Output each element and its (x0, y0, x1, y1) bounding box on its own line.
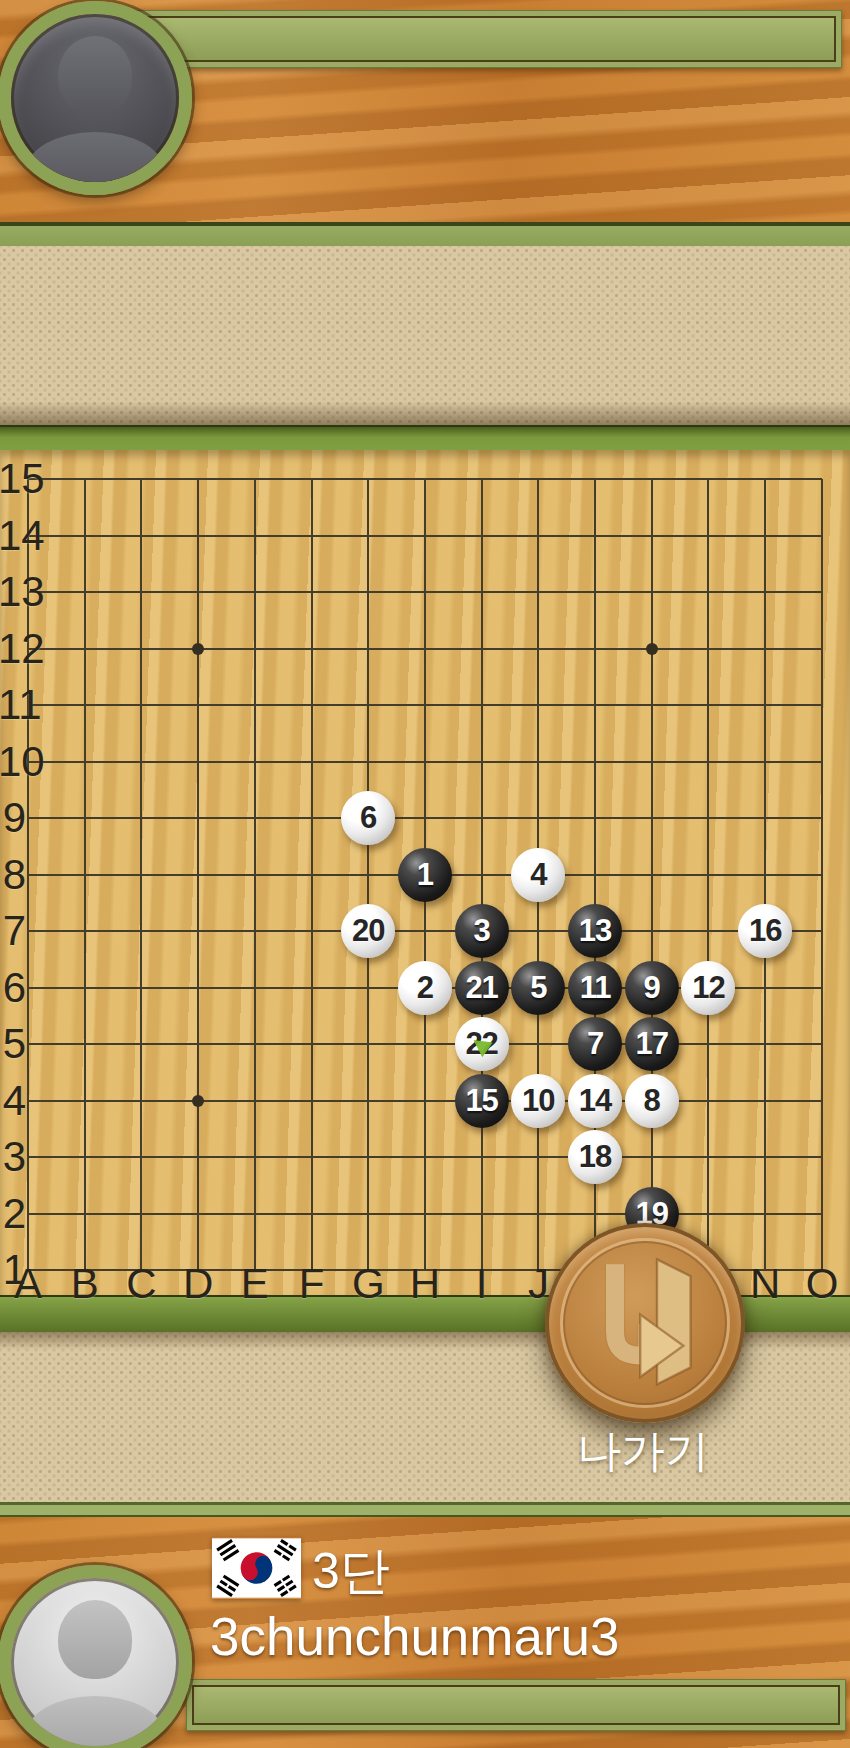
board-cell-O6[interactable] (794, 959, 850, 1016)
board-cell-F7[interactable] (283, 903, 340, 960)
board-cell-E4[interactable] (226, 1072, 283, 1129)
board-cell-G3[interactable] (340, 1129, 397, 1186)
board-cell-D5[interactable] (170, 1016, 227, 1073)
row-label-12: 12 (0, 625, 26, 673)
board-cell-C8[interactable] (113, 846, 170, 903)
white-stone-6: 6 (341, 791, 395, 845)
board-cell-M13[interactable] (680, 564, 737, 621)
board-cell-K11[interactable] (567, 677, 624, 734)
stone-move-number: 5 (530, 970, 546, 1006)
board-cell-G11[interactable] (340, 677, 397, 734)
board-cell-B15[interactable] (56, 451, 113, 508)
upper-beige-strip (0, 246, 850, 425)
board-cell-E7[interactable] (226, 903, 283, 960)
board-cell-E9[interactable] (226, 790, 283, 847)
board-cell-N7[interactable]: 16 (737, 903, 794, 960)
col-label-D: D (183, 1260, 213, 1308)
board-cell-D15[interactable] (170, 451, 227, 508)
board-cell-J8[interactable]: 4 (510, 846, 567, 903)
stone-move-number: 20 (352, 913, 384, 949)
row-label-3: 3 (0, 1133, 26, 1181)
board-cell-L14[interactable] (623, 507, 680, 564)
board-cell-C10[interactable] (113, 733, 170, 790)
board-cell-E15[interactable] (226, 451, 283, 508)
board-cell-J10[interactable] (510, 733, 567, 790)
board-cell-D3[interactable] (170, 1129, 227, 1186)
board-cell-L7[interactable] (623, 903, 680, 960)
stone-move-number: 6 (360, 800, 376, 836)
board-grid: 61420313162215119122271715101481819 (0, 451, 850, 1299)
board-cell-L10[interactable] (623, 733, 680, 790)
board-cell-I5[interactable]: 22 (453, 1016, 510, 1073)
board-cell-M14[interactable] (680, 507, 737, 564)
exit-button-label[interactable]: 나가기 (563, 1422, 723, 1481)
black-stone-3: 3 (455, 904, 509, 958)
col-label-G: G (352, 1260, 385, 1308)
board-cell-B11[interactable] (56, 677, 113, 734)
board-cell-B6[interactable] (56, 959, 113, 1016)
board-cell-L5[interactable]: 17 (623, 1016, 680, 1073)
board-cell-G5[interactable] (340, 1016, 397, 1073)
player-rank: 3단 (312, 1538, 390, 1605)
board-cell-F2[interactable] (283, 1185, 340, 1242)
white-stone-18: 18 (568, 1130, 622, 1184)
board-cell-D4[interactable] (170, 1072, 227, 1129)
row-label-11: 11 (0, 681, 26, 729)
black-stone-21: 21 (455, 961, 509, 1015)
board-cell-O9[interactable] (794, 790, 850, 847)
white-stone-4: 4 (511, 848, 565, 902)
board-cell-M15[interactable] (680, 451, 737, 508)
board-cell-J12[interactable] (510, 620, 567, 677)
board-cell-C15[interactable] (113, 451, 170, 508)
black-stone-15: 15 (455, 1074, 509, 1128)
row-label-4: 4 (0, 1077, 26, 1125)
board-cell-G14[interactable] (340, 507, 397, 564)
board-cell-F11[interactable] (283, 677, 340, 734)
app-screen: 61420313162215119122271715101481819 1514… (0, 0, 850, 1748)
board-cell-F14[interactable] (283, 507, 340, 564)
board-cell-G2[interactable] (340, 1185, 397, 1242)
board-cell-I4[interactable]: 15 (453, 1072, 510, 1129)
board-cell-D2[interactable] (170, 1185, 227, 1242)
board-cell-K9[interactable] (567, 790, 624, 847)
stone-move-number: 8 (644, 1083, 660, 1119)
board-cell-I7[interactable]: 3 (453, 903, 510, 960)
board-cell-K7[interactable]: 13 (567, 903, 624, 960)
black-stone-13: 13 (568, 904, 622, 958)
top-divider (0, 222, 850, 246)
board-cell-D13[interactable] (170, 564, 227, 621)
stone-move-number: 7 (587, 1026, 603, 1062)
board-cell-K14[interactable] (567, 507, 624, 564)
board-cell-H11[interactable] (397, 677, 454, 734)
board-cell-I9[interactable] (453, 790, 510, 847)
board-cell-I10[interactable] (453, 733, 510, 790)
white-stone-2: 2 (398, 961, 452, 1015)
board-cell-L12[interactable] (623, 620, 680, 677)
board-cell-O2[interactable] (794, 1185, 850, 1242)
board-cell-M9[interactable] (680, 790, 737, 847)
board-cell-C6[interactable] (113, 959, 170, 1016)
board-cell-E3[interactable] (226, 1129, 283, 1186)
board-cell-N14[interactable] (737, 507, 794, 564)
board-cell-E14[interactable] (226, 507, 283, 564)
board-cell-G8[interactable] (340, 846, 397, 903)
board-cell-I14[interactable] (453, 507, 510, 564)
black-stone-11: 11 (568, 961, 622, 1015)
board-cell-O15[interactable] (794, 451, 850, 508)
board-cell-O10[interactable] (794, 733, 850, 790)
board-cell-C7[interactable] (113, 903, 170, 960)
board-cell-I6[interactable]: 21 (453, 959, 510, 1016)
board-cell-I2[interactable] (453, 1185, 510, 1242)
board-cell-G12[interactable] (340, 620, 397, 677)
board-cell-N12[interactable] (737, 620, 794, 677)
board-cell-N13[interactable] (737, 564, 794, 621)
board-cell-C5[interactable] (113, 1016, 170, 1073)
board-cell-F5[interactable] (283, 1016, 340, 1073)
board-cell-L13[interactable] (623, 564, 680, 621)
row-label-14: 14 (0, 512, 26, 560)
board-cell-K6[interactable]: 11 (567, 959, 624, 1016)
board-cell-E6[interactable] (226, 959, 283, 1016)
board-cell-C11[interactable] (113, 677, 170, 734)
board-cell-L8[interactable] (623, 846, 680, 903)
board-cell-H10[interactable] (397, 733, 454, 790)
board-cell-I3[interactable] (453, 1129, 510, 1186)
person-silhouette-icon (11, 14, 179, 182)
stone-move-number: 12 (692, 970, 724, 1006)
board-cell-G10[interactable] (340, 733, 397, 790)
star-point (192, 1095, 204, 1107)
board-cell-N15[interactable] (737, 451, 794, 508)
board-cell-L6[interactable]: 9 (623, 959, 680, 1016)
board-cell-D8[interactable] (170, 846, 227, 903)
board-cell-F10[interactable] (283, 733, 340, 790)
stone-move-number: 1 (417, 857, 433, 893)
stone-move-number: 4 (530, 857, 546, 893)
board-cell-C2[interactable] (113, 1185, 170, 1242)
board-cell-B2[interactable] (56, 1185, 113, 1242)
board-cell-N3[interactable] (737, 1129, 794, 1186)
board-cell-K8[interactable] (567, 846, 624, 903)
row-label-2: 2 (0, 1190, 26, 1238)
board-cell-N4[interactable] (737, 1072, 794, 1129)
board-cell-M12[interactable] (680, 620, 737, 677)
board-cell-E5[interactable] (226, 1016, 283, 1073)
board-cell-H12[interactable] (397, 620, 454, 677)
board-cell-I8[interactable] (453, 846, 510, 903)
board-cell-F9[interactable] (283, 790, 340, 847)
board-cell-O11[interactable] (794, 677, 850, 734)
board-cell-O5[interactable] (794, 1016, 850, 1073)
board-cell-F4[interactable] (283, 1072, 340, 1129)
stone-move-number: 10 (522, 1083, 554, 1119)
board-cell-D9[interactable] (170, 790, 227, 847)
board-cell-D7[interactable] (170, 903, 227, 960)
board-cell-N10[interactable] (737, 733, 794, 790)
stone-move-number: 16 (749, 913, 781, 949)
board-cell-M8[interactable] (680, 846, 737, 903)
black-stone-5: 5 (511, 961, 565, 1015)
board-cell-I15[interactable] (453, 451, 510, 508)
white-stone-16: 16 (738, 904, 792, 958)
board-cell-O7[interactable] (794, 903, 850, 960)
board-cell-E11[interactable] (226, 677, 283, 734)
row-label-9: 9 (0, 794, 26, 842)
board-cell-E12[interactable] (226, 620, 283, 677)
board-cell-L11[interactable] (623, 677, 680, 734)
top-player-name (92, 16, 836, 62)
board-cell-K3[interactable]: 18 (567, 1129, 624, 1186)
board-cell-G9[interactable]: 6 (340, 790, 397, 847)
black-stone-17: 17 (625, 1017, 679, 1071)
board-cell-N2[interactable] (737, 1185, 794, 1242)
stone-move-number: 18 (579, 1139, 611, 1175)
board-cell-M4[interactable] (680, 1072, 737, 1129)
board-cell-E2[interactable] (226, 1185, 283, 1242)
board-cell-N11[interactable] (737, 677, 794, 734)
board-cell-B12[interactable] (56, 620, 113, 677)
board-cell-G15[interactable] (340, 451, 397, 508)
board-cell-K15[interactable] (567, 451, 624, 508)
board-cell-H8[interactable]: 1 (397, 846, 454, 903)
person-silhouette-icon (11, 1578, 179, 1746)
board-cell-C14[interactable] (113, 507, 170, 564)
board-cell-I13[interactable] (453, 564, 510, 621)
board-cell-B13[interactable] (56, 564, 113, 621)
board-cell-O14[interactable] (794, 507, 850, 564)
row-label-15: 15 (0, 455, 26, 503)
col-label-I: I (476, 1260, 488, 1308)
board-cell-C3[interactable] (113, 1129, 170, 1186)
board-cell-B3[interactable] (56, 1129, 113, 1186)
board-cell-J7[interactable] (510, 903, 567, 960)
top-player-avatar[interactable] (0, 1, 192, 195)
board-cell-J11[interactable] (510, 677, 567, 734)
board-cell-H2[interactable] (397, 1185, 454, 1242)
board-cell-H7[interactable] (397, 903, 454, 960)
exit-door-arrow-icon (583, 1257, 707, 1389)
board-cell-J14[interactable] (510, 507, 567, 564)
board-cell-M3[interactable] (680, 1129, 737, 1186)
row-label-10: 10 (0, 738, 26, 786)
board-cell-L4[interactable]: 8 (623, 1072, 680, 1129)
board-cell-O4[interactable] (794, 1072, 850, 1129)
black-stone-9: 9 (625, 961, 679, 1015)
stone-move-number: 11 (580, 970, 611, 1006)
white-stone-10: 10 (511, 1074, 565, 1128)
row-label-6: 6 (0, 964, 26, 1012)
board-cell-H5[interactable] (397, 1016, 454, 1073)
board-cell-J3[interactable] (510, 1129, 567, 1186)
board-cell-B8[interactable] (56, 846, 113, 903)
board-cell-I11[interactable] (453, 677, 510, 734)
star-point (192, 643, 204, 655)
board-cell-M5[interactable] (680, 1016, 737, 1073)
board-cell-H15[interactable] (397, 451, 454, 508)
white-stone-14: 14 (568, 1074, 622, 1128)
board-cell-G4[interactable] (340, 1072, 397, 1129)
board-cell-G7[interactable]: 20 (340, 903, 397, 960)
board-cell-J2[interactable] (510, 1185, 567, 1242)
board-cell-K4[interactable]: 14 (567, 1072, 624, 1129)
board-cell-N8[interactable] (737, 846, 794, 903)
stone-move-number: 3 (474, 913, 490, 949)
board-cell-G6[interactable] (340, 959, 397, 1016)
white-stone-12: 12 (681, 961, 735, 1015)
col-label-O: O (806, 1260, 839, 1308)
board-cell-B5[interactable] (56, 1016, 113, 1073)
board-cell-B10[interactable] (56, 733, 113, 790)
bottom-player-name-bar (186, 1679, 846, 1731)
board-cell-F15[interactable] (283, 451, 340, 508)
col-label-B: B (71, 1260, 99, 1308)
board-cell-J15[interactable] (510, 451, 567, 508)
board-cell-H4[interactable] (397, 1072, 454, 1129)
board-cell-C9[interactable] (113, 790, 170, 847)
board-cell-K10[interactable] (567, 733, 624, 790)
row-label-7: 7 (0, 907, 26, 955)
south-korea-flag-icon (212, 1537, 301, 1599)
board-cell-O12[interactable] (794, 620, 850, 677)
stone-move-number: 21 (465, 970, 497, 1006)
white-stone-8: 8 (625, 1074, 679, 1128)
black-stone-1: 1 (398, 848, 452, 902)
board-cell-E8[interactable] (226, 846, 283, 903)
board-cell-L9[interactable] (623, 790, 680, 847)
board-cell-N6[interactable] (737, 959, 794, 1016)
board-cell-F13[interactable] (283, 564, 340, 621)
board-cell-F6[interactable] (283, 959, 340, 1016)
board-cell-M6[interactable]: 12 (680, 959, 737, 1016)
star-point (646, 643, 658, 655)
white-stone-20: 20 (341, 904, 395, 958)
col-label-F: F (299, 1260, 325, 1308)
stone-move-number: 14 (579, 1083, 611, 1119)
board-cell-N5[interactable] (737, 1016, 794, 1073)
board-cell-D12[interactable] (170, 620, 227, 677)
board-cell-H3[interactable] (397, 1129, 454, 1186)
board-cell-C13[interactable] (113, 564, 170, 621)
stone-move-number: 2 (417, 970, 433, 1006)
board-cell-C12[interactable] (113, 620, 170, 677)
bottom-player-avatar[interactable] (0, 1565, 192, 1748)
board-cell-B14[interactable] (56, 507, 113, 564)
board-cell-M7[interactable] (680, 903, 737, 960)
stone-move-number: 13 (579, 913, 611, 949)
player-username: 3chunchunmaru3 (210, 1606, 620, 1667)
board-cell-C4[interactable] (113, 1072, 170, 1129)
stone-move-number: 17 (635, 1026, 667, 1062)
board-cell-H13[interactable] (397, 564, 454, 621)
board-cell-B9[interactable] (56, 790, 113, 847)
col-label-J: J (528, 1260, 549, 1308)
black-stone-7: 7 (568, 1017, 622, 1071)
row-label-13: 13 (0, 568, 26, 616)
board-cell-O3[interactable] (794, 1129, 850, 1186)
board-cell-E13[interactable] (226, 564, 283, 621)
board-cell-L15[interactable] (623, 451, 680, 508)
board-cell-K12[interactable] (567, 620, 624, 677)
exit-button[interactable] (545, 1223, 745, 1423)
row-label-5: 5 (0, 1020, 26, 1068)
board-cell-F8[interactable] (283, 846, 340, 903)
board-cell-L3[interactable] (623, 1129, 680, 1186)
board-top-green-band (0, 425, 850, 450)
board-cell-F3[interactable] (283, 1129, 340, 1186)
board-cell-B4[interactable] (56, 1072, 113, 1129)
col-label-N: N (750, 1260, 780, 1308)
white-stone-22: 22 (455, 1017, 509, 1071)
board-cell-M10[interactable] (680, 733, 737, 790)
stone-move-number: 9 (644, 970, 660, 1006)
col-label-A: A (14, 1260, 42, 1308)
stone-move-number: 15 (465, 1083, 497, 1119)
board-cell-F12[interactable] (283, 620, 340, 677)
board-cell-J13[interactable] (510, 564, 567, 621)
board-cell-D14[interactable] (170, 507, 227, 564)
board-cell-G13[interactable] (340, 564, 397, 621)
board-cell-I12[interactable] (453, 620, 510, 677)
bottom-divider (0, 1502, 850, 1517)
board-cell-D6[interactable] (170, 959, 227, 1016)
board-cell-O8[interactable] (794, 846, 850, 903)
board-cell-M11[interactable] (680, 677, 737, 734)
board-cell-K5[interactable]: 7 (567, 1016, 624, 1073)
board-cell-J9[interactable] (510, 790, 567, 847)
board-cell-N9[interactable] (737, 790, 794, 847)
board-cell-J4[interactable]: 10 (510, 1072, 567, 1129)
board-cell-H9[interactable] (397, 790, 454, 847)
board-cell-D10[interactable] (170, 733, 227, 790)
board-cell-E10[interactable] (226, 733, 283, 790)
board-cell-J5[interactable] (510, 1016, 567, 1073)
board-cell-J6[interactable]: 5 (510, 959, 567, 1016)
top-player-name-bar (86, 10, 842, 68)
col-label-E: E (241, 1260, 269, 1308)
row-label-8: 8 (0, 851, 26, 899)
col-label-C: C (126, 1260, 156, 1308)
board-cell-H14[interactable] (397, 507, 454, 564)
board-cell-K13[interactable] (567, 564, 624, 621)
board-cell-B7[interactable] (56, 903, 113, 960)
col-label-H: H (410, 1260, 440, 1308)
board-cell-D11[interactable] (170, 677, 227, 734)
board-cell-H6[interactable]: 2 (397, 959, 454, 1016)
board-cell-O13[interactable] (794, 564, 850, 621)
